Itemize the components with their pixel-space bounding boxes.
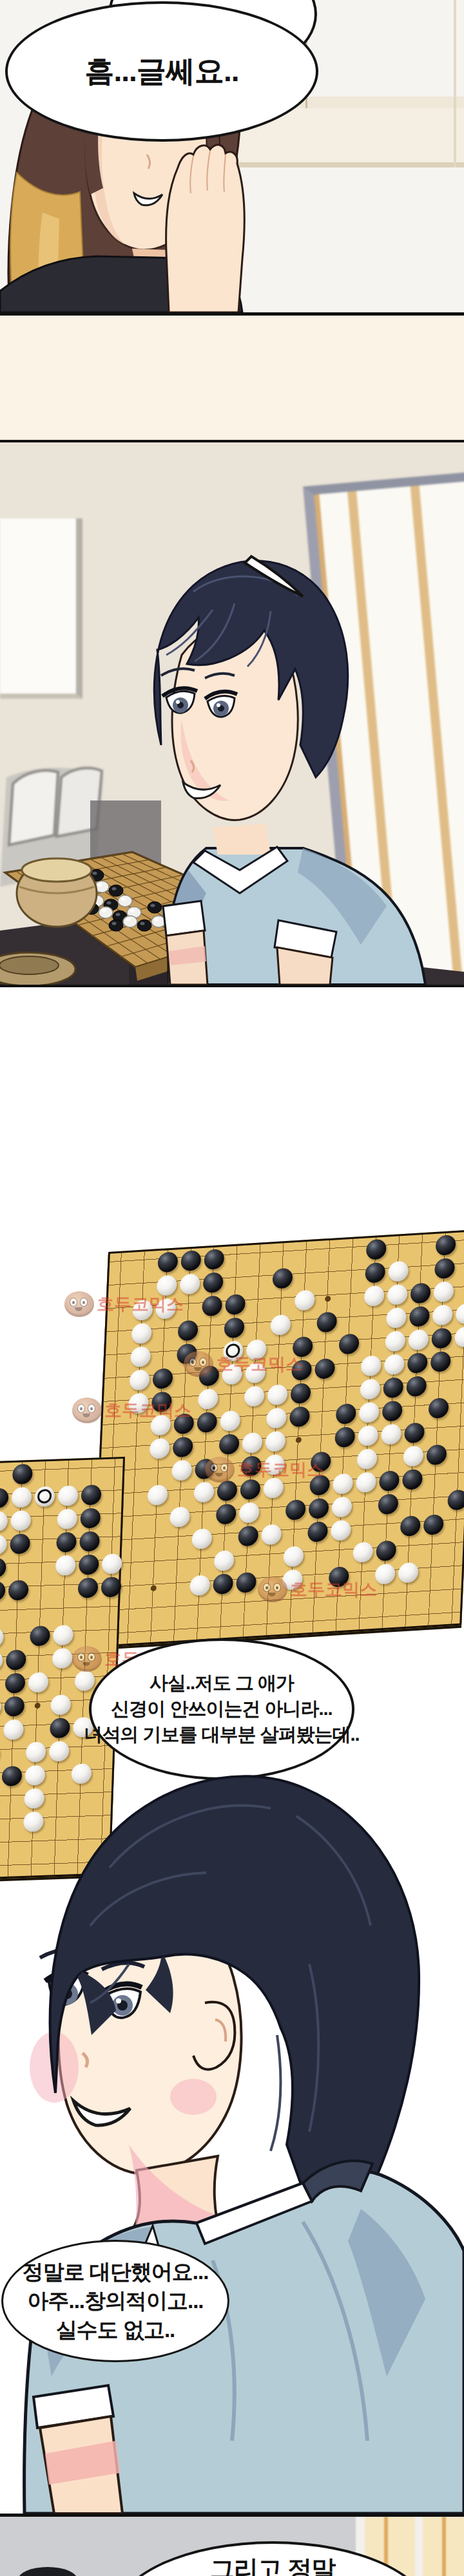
white-stone <box>355 1472 376 1493</box>
black-stone <box>198 1365 219 1386</box>
black-stone <box>157 1251 178 1273</box>
hoshi-point <box>296 1437 302 1443</box>
white-stone <box>149 1437 169 1459</box>
black-stone <box>235 1571 256 1593</box>
black-stone <box>430 1350 450 1372</box>
black-stone <box>240 1479 260 1500</box>
black-stone <box>180 1250 201 1271</box>
black-stone <box>365 1262 385 1283</box>
white-stone <box>129 1369 150 1390</box>
black-stone <box>151 1391 171 1412</box>
black-stone <box>12 1464 32 1484</box>
black-stone <box>224 1294 245 1315</box>
stone-bowl <box>17 858 97 927</box>
black-stone <box>272 1267 293 1289</box>
panel-boy-room <box>0 440 464 987</box>
black-stone <box>426 1444 447 1465</box>
white-stone <box>155 1298 176 1319</box>
bubble5-line1: 그리고 정말 <box>210 2553 336 2576</box>
black-stone <box>378 1470 399 1492</box>
white-stone <box>408 1329 429 1350</box>
webtoon-page: 그렇긴한데.. <box>0 0 464 2576</box>
black-stone <box>101 1577 121 1597</box>
white-stone <box>128 1392 148 1414</box>
black-stone <box>314 1358 334 1379</box>
white-stone <box>388 1260 409 1282</box>
black-stone <box>292 1336 313 1357</box>
hoshi-point <box>325 1296 331 1302</box>
black-stone <box>403 1422 424 1443</box>
black-stone <box>406 1376 427 1397</box>
black-stone <box>173 1413 194 1434</box>
white-stone <box>171 1459 191 1481</box>
black-stone <box>376 1540 396 1561</box>
black-stone <box>176 1343 197 1364</box>
white-stone <box>193 1481 214 1502</box>
black-stone <box>79 1531 99 1551</box>
walnut-mascot-icon <box>72 1397 102 1423</box>
gutter-cream <box>0 316 464 440</box>
white-stone <box>363 1285 384 1306</box>
black-stone <box>285 1499 305 1520</box>
black-stone <box>80 1508 101 1528</box>
white-stone <box>387 1283 407 1305</box>
white-stone <box>57 1485 78 1506</box>
black-stone <box>78 1554 99 1575</box>
bubble2-tail <box>238 554 309 599</box>
black-stone <box>172 1436 193 1457</box>
white-stone <box>374 1563 395 1584</box>
white-stone <box>52 1624 73 1645</box>
white-stone <box>189 1575 210 1596</box>
white-stone <box>131 1323 151 1344</box>
black-stone <box>0 1488 8 1508</box>
black-stone <box>5 1649 26 1670</box>
black-stone <box>423 1513 443 1535</box>
bubble4-line3: 실수도 없고.. <box>56 2316 175 2345</box>
white-stone <box>383 1354 404 1375</box>
white-stone-marked <box>222 1340 243 1361</box>
white-stone <box>132 1299 153 1320</box>
white-stone <box>330 1519 351 1540</box>
white-stone <box>358 1401 379 1423</box>
black-stone <box>328 1566 349 1587</box>
black-stone <box>289 1406 309 1427</box>
white-stone <box>52 1648 72 1669</box>
head-silhouette <box>18 2567 77 2576</box>
white-stone <box>353 1541 373 1562</box>
black-stone <box>202 1272 223 1293</box>
black-stone <box>201 1295 222 1316</box>
black-stone <box>435 1235 456 1256</box>
white-stone <box>0 1650 3 1671</box>
white-stone <box>130 1346 151 1367</box>
white-stone <box>385 1307 406 1328</box>
hoshi-point <box>35 1703 41 1709</box>
black-stone <box>291 1359 311 1381</box>
white-stone <box>101 1553 122 1574</box>
white-stone <box>245 1362 266 1383</box>
black-stone <box>77 1577 98 1598</box>
black-stone <box>4 1696 24 1716</box>
black-stone <box>334 1426 355 1448</box>
black-stone <box>56 1531 77 1552</box>
boy <box>154 561 425 985</box>
white-stone <box>282 1569 302 1590</box>
black-stone <box>316 1311 337 1332</box>
white-stone <box>356 1448 377 1470</box>
black-stone <box>215 1503 236 1524</box>
speech-bubble-2: 흠...글쎄요.. <box>5 1 318 142</box>
black-stone <box>335 1403 356 1424</box>
black-stone <box>238 1525 258 1546</box>
black-stone <box>310 1451 331 1472</box>
black-stone <box>224 1317 244 1338</box>
white-stone <box>455 1303 464 1324</box>
black-stone <box>5 1672 25 1693</box>
portrait-illustration <box>0 1732 464 2514</box>
white-stone <box>55 1555 75 1575</box>
black-stone <box>240 1455 261 1477</box>
bubble4-line1: 정말로 대단했어요... <box>23 2258 209 2287</box>
white-stone <box>246 1339 266 1360</box>
white-stone <box>150 1414 171 1435</box>
hoshi-point <box>151 1585 157 1591</box>
panel-bottom: 그리고 정말 무서웠던건 <box>0 2514 464 2576</box>
white-stone <box>260 1524 281 1545</box>
white-stone <box>432 1304 452 1325</box>
white-stone <box>360 1378 380 1399</box>
white-stone <box>332 1473 353 1494</box>
white-stone <box>358 1425 378 1446</box>
white-stone-marked <box>34 1486 55 1506</box>
white-stone <box>213 1549 234 1571</box>
black-stone <box>290 1383 311 1404</box>
walnut-mascot-icon <box>64 1291 94 1317</box>
bubble3-line1: 사실..저도 그 애가 <box>150 1671 294 1696</box>
white-stone <box>191 1528 212 1549</box>
black-stone <box>383 1377 403 1398</box>
black-stone <box>409 1305 429 1327</box>
black-stone <box>217 1480 237 1501</box>
black-stone <box>407 1352 427 1374</box>
black-stone <box>152 1368 173 1389</box>
white-stone <box>11 1487 32 1508</box>
black-stone <box>8 1580 28 1600</box>
white-stone <box>0 1627 4 1647</box>
white-stone <box>169 1506 189 1528</box>
white-stone <box>267 1384 287 1405</box>
black-stone <box>410 1282 430 1303</box>
white-stone <box>403 1445 423 1466</box>
white-stone <box>263 1477 284 1499</box>
bubble4-line2: 아주...창의적이고... <box>27 2287 203 2316</box>
white-stone <box>433 1281 454 1302</box>
black-stone <box>81 1484 101 1505</box>
black-stone <box>431 1327 452 1349</box>
black-stone <box>307 1520 327 1542</box>
white-stone <box>197 1388 218 1409</box>
white-stone <box>283 1546 304 1567</box>
black-stone <box>401 1468 422 1490</box>
white-stone <box>331 1496 352 1517</box>
white-stone <box>380 1423 401 1444</box>
white-stone <box>294 1289 314 1311</box>
white-stone <box>360 1355 381 1376</box>
black-stone <box>309 1474 329 1495</box>
white-stone <box>28 1672 48 1692</box>
white-stone <box>57 1508 77 1529</box>
white-stone <box>454 1326 464 1347</box>
black-stone <box>197 1412 217 1433</box>
black-stone <box>308 1497 329 1519</box>
black-stone <box>177 1320 198 1341</box>
black-stone <box>204 1249 224 1270</box>
white-stone <box>0 1696 1 1717</box>
bowl-lid <box>0 952 75 985</box>
white-stone <box>74 1670 95 1690</box>
white-stone <box>266 1407 286 1428</box>
white-stone <box>222 1363 242 1385</box>
black-stone <box>194 1458 215 1479</box>
white-stone <box>242 1432 262 1453</box>
black-stone <box>447 1489 464 1510</box>
white-stone <box>147 1484 168 1506</box>
black-stone <box>428 1397 449 1419</box>
white-stone <box>270 1314 291 1335</box>
white-stone <box>238 1502 259 1523</box>
white-stone <box>265 1430 285 1452</box>
boy-illustration <box>0 442 464 985</box>
black-stone <box>434 1258 454 1279</box>
white-stone <box>0 1534 7 1555</box>
speech-bubble-4: 정말로 대단했어요... 아주...창의적이고... 실수도 없고.. <box>1 2240 229 2362</box>
black-stone <box>10 1533 30 1554</box>
black-stone <box>29 1625 50 1646</box>
white-stone <box>156 1274 177 1296</box>
white-stone <box>385 1331 405 1352</box>
white-stone <box>244 1385 264 1406</box>
black-stone <box>365 1238 386 1260</box>
bubble2-text: 흠...글쎄요.. <box>85 52 239 91</box>
white-stone <box>0 1511 8 1531</box>
black-stone <box>0 1557 6 1578</box>
white-stone <box>398 1562 418 1583</box>
black-stone <box>212 1573 233 1595</box>
white-stone <box>220 1410 240 1431</box>
bubble3-line2: 신경이 안쓰이는건 아니라... <box>111 1696 332 1722</box>
go-board-main <box>91 1229 464 1648</box>
black-stone <box>0 1580 5 1601</box>
black-stone <box>338 1333 359 1354</box>
woman-hand <box>166 145 245 312</box>
white-stone <box>50 1694 71 1715</box>
black-stone <box>378 1493 398 1515</box>
black-stone <box>400 1515 420 1537</box>
black-stone <box>218 1434 239 1455</box>
black-stone <box>382 1400 402 1421</box>
white-stone <box>264 1454 284 1475</box>
white-stone <box>10 1510 31 1531</box>
white-stone <box>179 1273 200 1294</box>
